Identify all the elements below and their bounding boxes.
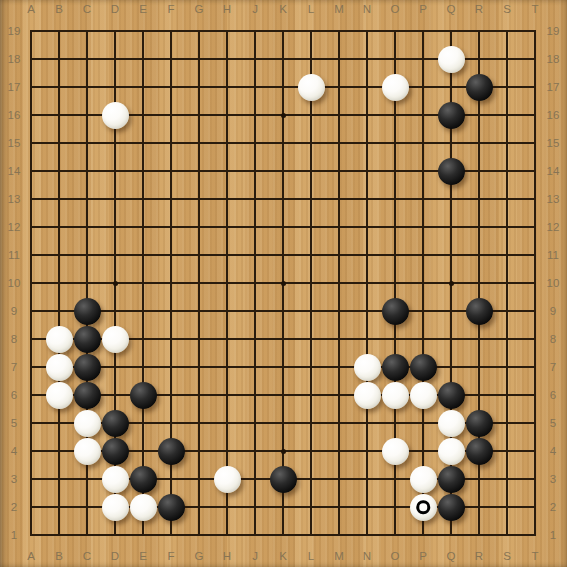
stone-black-R17 [466,74,493,101]
grid-line [506,30,508,536]
column-label: K [269,549,297,563]
column-label: J [241,549,269,563]
column-label: A [17,2,45,16]
column-label: D [101,2,129,16]
stone-white-N7 [354,354,381,381]
column-label: J [241,2,269,16]
row-label: 14 [539,164,567,178]
stone-black-O7 [382,354,409,381]
row-label: 18 [0,52,28,66]
row-label: 4 [0,444,28,458]
row-label: 7 [0,360,28,374]
stone-white-D16 [102,102,129,129]
row-label: 18 [539,52,567,66]
row-label: 6 [0,388,28,402]
stone-black-P7 [410,354,437,381]
stone-black-Q2 [438,494,465,521]
row-label: 19 [0,24,28,38]
stone-white-N6 [354,382,381,409]
row-label: 2 [539,500,567,514]
grid-line [310,30,312,536]
grid-line [422,30,424,536]
star-point [449,281,454,286]
grid-line [30,310,536,312]
row-label: 13 [539,192,567,206]
row-label: 1 [0,528,28,542]
star-point [281,449,286,454]
stone-black-C6 [74,382,101,409]
grid-line [30,366,536,368]
stone-white-C5 [74,410,101,437]
row-label: 15 [0,136,28,150]
column-label: O [381,549,409,563]
stone-black-O9 [382,298,409,325]
column-label: N [353,549,381,563]
column-label: C [73,549,101,563]
row-label: 16 [539,108,567,122]
stone-black-F4 [158,438,185,465]
stone-black-R9 [466,298,493,325]
stone-white-O6 [382,382,409,409]
stone-black-F2 [158,494,185,521]
column-label: B [45,549,73,563]
grid-line [30,534,536,536]
column-label: H [213,2,241,16]
row-label: 6 [539,388,567,402]
row-label: 1 [539,528,567,542]
row-label: 9 [0,304,28,318]
row-label: 17 [539,80,567,94]
stone-black-E3 [130,466,157,493]
stone-white-P2 [410,494,437,521]
row-label: 11 [539,248,567,262]
row-label: 2 [0,500,28,514]
column-label: Q [437,549,465,563]
row-label: 3 [539,472,567,486]
column-label: G [185,2,213,16]
stone-black-R4 [466,438,493,465]
column-label: A [17,549,45,563]
row-label: 13 [0,192,28,206]
column-label: E [129,549,157,563]
stone-white-D8 [102,326,129,353]
column-label: D [101,549,129,563]
stone-black-D5 [102,410,129,437]
column-label: T [521,549,549,563]
stone-white-Q5 [438,410,465,437]
column-label: H [213,549,241,563]
stone-white-B7 [46,354,73,381]
stone-white-Q18 [438,46,465,73]
row-label: 5 [0,416,28,430]
column-label: T [521,2,549,16]
column-label: Q [437,2,465,16]
stone-white-H3 [214,466,241,493]
row-label: 12 [0,220,28,234]
row-label: 19 [539,24,567,38]
stone-black-R5 [466,410,493,437]
column-label: M [325,2,353,16]
column-label: C [73,2,101,16]
column-label: P [409,2,437,16]
stone-black-Q16 [438,102,465,129]
stone-white-D3 [102,466,129,493]
column-label: P [409,549,437,563]
row-label: 16 [0,108,28,122]
row-label: 9 [539,304,567,318]
stone-white-O17 [382,74,409,101]
star-point [113,281,118,286]
stone-black-Q3 [438,466,465,493]
grid-line [534,30,536,536]
row-label: 17 [0,80,28,94]
row-label: 7 [539,360,567,374]
column-label: B [45,2,73,16]
column-label: K [269,2,297,16]
stone-white-Q4 [438,438,465,465]
last-move-marker [416,500,430,514]
stone-white-E2 [130,494,157,521]
column-label: R [465,549,493,563]
row-label: 10 [539,276,567,290]
row-label: 10 [0,276,28,290]
stone-black-D4 [102,438,129,465]
stone-black-E6 [130,382,157,409]
grid-line [366,30,368,536]
column-label: G [185,549,213,563]
go-board[interactable]: AABBCCDDEEFFGGHHJJKKLLMMNNOOPPQQRRSSTT19… [0,0,567,567]
row-label: 14 [0,164,28,178]
row-label: 3 [0,472,28,486]
star-point [281,113,286,118]
column-label: L [297,549,325,563]
stone-white-L17 [298,74,325,101]
column-label: L [297,2,325,16]
stone-white-C4 [74,438,101,465]
row-label: 8 [539,332,567,346]
stone-black-K3 [270,466,297,493]
stone-black-Q6 [438,382,465,409]
stone-white-B8 [46,326,73,353]
stone-white-P6 [410,382,437,409]
stone-black-C9 [74,298,101,325]
column-label: R [465,2,493,16]
stone-white-O4 [382,438,409,465]
stone-black-C8 [74,326,101,353]
star-point [281,281,286,286]
stone-black-Q14 [438,158,465,185]
column-label: N [353,2,381,16]
stone-white-B6 [46,382,73,409]
row-label: 12 [539,220,567,234]
row-label: 5 [539,416,567,430]
column-label: F [157,2,185,16]
column-label: O [381,2,409,16]
column-label: S [493,549,521,563]
grid-line [338,30,340,536]
row-label: 8 [0,332,28,346]
stone-black-C7 [74,354,101,381]
column-label: E [129,2,157,16]
column-label: M [325,549,353,563]
stone-white-P3 [410,466,437,493]
column-label: F [157,549,185,563]
column-label: S [493,2,521,16]
stone-white-D2 [102,494,129,521]
row-label: 4 [539,444,567,458]
row-label: 11 [0,248,28,262]
row-label: 15 [539,136,567,150]
